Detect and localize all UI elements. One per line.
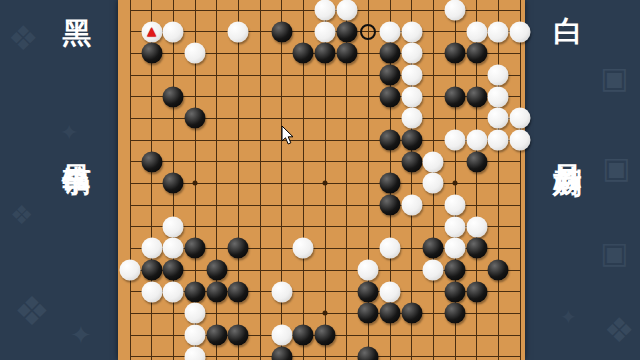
stone-white — [380, 238, 401, 259]
stone-white — [336, 0, 357, 21]
stone-black — [185, 281, 206, 302]
stone-black — [445, 281, 466, 302]
stone-white — [401, 43, 422, 64]
diamond-ornament-icon: ❖ — [14, 288, 50, 334]
last-move-triangle-marker: ▲ — [147, 24, 156, 38]
stone-white — [423, 151, 444, 172]
stone-black — [228, 238, 249, 259]
stone-black — [141, 260, 162, 281]
board-grid-line-vertical — [216, 0, 217, 360]
stone-white — [185, 325, 206, 346]
white-player-name: 刘昌赫 — [548, 82, 588, 202]
stone-white — [466, 130, 487, 151]
stone-black — [466, 238, 487, 259]
diamond-ornament-icon: ❖ — [604, 310, 634, 350]
board-grid-line-horizontal — [130, 161, 521, 162]
stone-white — [315, 21, 336, 42]
stone-black — [380, 43, 401, 64]
white-color-label: 白 — [548, 14, 588, 48]
square-spiral-ornament-icon: ▣ — [600, 235, 628, 270]
stone-white — [185, 346, 206, 360]
stone-black — [228, 325, 249, 346]
stone-white — [163, 281, 184, 302]
stone-black — [206, 281, 227, 302]
stone-black — [293, 325, 314, 346]
stone-black — [206, 260, 227, 281]
stone-black — [488, 260, 509, 281]
stone-white — [293, 238, 314, 259]
stone-white — [228, 21, 249, 42]
mouse-cursor-icon — [281, 126, 295, 146]
star-point — [323, 181, 328, 186]
stone-black — [185, 238, 206, 259]
stone-white — [488, 65, 509, 86]
stone-black — [163, 260, 184, 281]
star-point — [323, 311, 328, 316]
stone-white — [185, 303, 206, 324]
stone-white — [510, 21, 531, 42]
board-grid-line-vertical — [520, 0, 521, 360]
stone-black — [228, 281, 249, 302]
stone-black — [445, 260, 466, 281]
stone-black — [206, 325, 227, 346]
stone-black — [163, 173, 184, 194]
stone-black — [336, 21, 357, 42]
black-player-name: 李昌镐 — [57, 82, 97, 202]
stone-white — [163, 238, 184, 259]
stone-black — [380, 86, 401, 107]
stone-white — [401, 65, 422, 86]
stone-white — [466, 216, 487, 237]
stone-black — [380, 130, 401, 151]
go-board[interactable]: ▲ — [118, 0, 525, 360]
stone-black — [445, 303, 466, 324]
stone-white — [315, 0, 336, 21]
stone-black — [466, 43, 487, 64]
stone-black — [445, 43, 466, 64]
board-grid-line-vertical — [238, 0, 239, 360]
stone-white — [510, 130, 531, 151]
stone-white — [488, 108, 509, 129]
stone-black — [315, 325, 336, 346]
black-color-label: 黑 — [57, 16, 97, 50]
stone-black — [271, 346, 292, 360]
stone-black — [141, 151, 162, 172]
stone-black — [423, 238, 444, 259]
stone-white — [185, 43, 206, 64]
stone-black — [466, 86, 487, 107]
stone-black — [401, 151, 422, 172]
stone-black — [336, 43, 357, 64]
stone-black — [358, 281, 379, 302]
stone-white — [163, 216, 184, 237]
stone-white — [488, 21, 509, 42]
stone-black — [466, 281, 487, 302]
board-grid-line-horizontal — [130, 75, 521, 76]
diamond-ornament-icon: ✦ — [70, 320, 92, 350]
stone-black — [380, 65, 401, 86]
stone-black — [315, 43, 336, 64]
board-grid-line-vertical — [260, 0, 261, 360]
star-point — [193, 181, 198, 186]
board-grid-line-vertical — [130, 0, 131, 360]
broadcast-screen: { "game": "go", "board_size": 19, "playe… — [0, 0, 640, 360]
circle-point-marker — [360, 24, 376, 40]
stone-white — [423, 173, 444, 194]
stone-white — [445, 0, 466, 21]
square-spiral-ornament-icon: ▣ — [600, 60, 628, 95]
stone-white — [488, 86, 509, 107]
stone-black — [293, 43, 314, 64]
diamond-ornament-icon: ❖ — [10, 200, 33, 230]
stone-black — [445, 86, 466, 107]
stone-black — [358, 303, 379, 324]
stone-white — [401, 21, 422, 42]
diamond-ornament-icon: ✦ — [560, 305, 577, 329]
stone-white — [380, 281, 401, 302]
stone-black — [271, 21, 292, 42]
stone-white — [445, 238, 466, 259]
board-grid-line-vertical — [281, 0, 282, 360]
stone-white — [488, 130, 509, 151]
stone-black — [163, 86, 184, 107]
stone-white — [271, 325, 292, 346]
stone-white — [423, 260, 444, 281]
stone-white — [141, 238, 162, 259]
stone-white — [445, 195, 466, 216]
stone-white — [401, 86, 422, 107]
diamond-ornament-icon: ❖ — [8, 18, 38, 58]
stone-white — [466, 21, 487, 42]
stone-black — [380, 173, 401, 194]
stone-black — [401, 130, 422, 151]
stone-white — [163, 21, 184, 42]
stone-white — [358, 260, 379, 281]
star-point — [453, 181, 458, 186]
stone-white — [380, 21, 401, 42]
stone-black — [380, 303, 401, 324]
stone-white — [271, 281, 292, 302]
stone-white — [401, 108, 422, 129]
board-grid-line-vertical — [498, 0, 499, 360]
stone-black — [358, 346, 379, 360]
square-spiral-ornament-icon: ▣ — [602, 150, 630, 185]
stone-white — [445, 216, 466, 237]
stone-white — [120, 260, 141, 281]
stone-white — [401, 195, 422, 216]
stone-black — [141, 43, 162, 64]
stone-white — [510, 108, 531, 129]
stone-black — [380, 195, 401, 216]
stone-black — [185, 108, 206, 129]
stone-black — [466, 151, 487, 172]
stone-white — [141, 281, 162, 302]
stone-black — [401, 303, 422, 324]
stone-white — [445, 130, 466, 151]
